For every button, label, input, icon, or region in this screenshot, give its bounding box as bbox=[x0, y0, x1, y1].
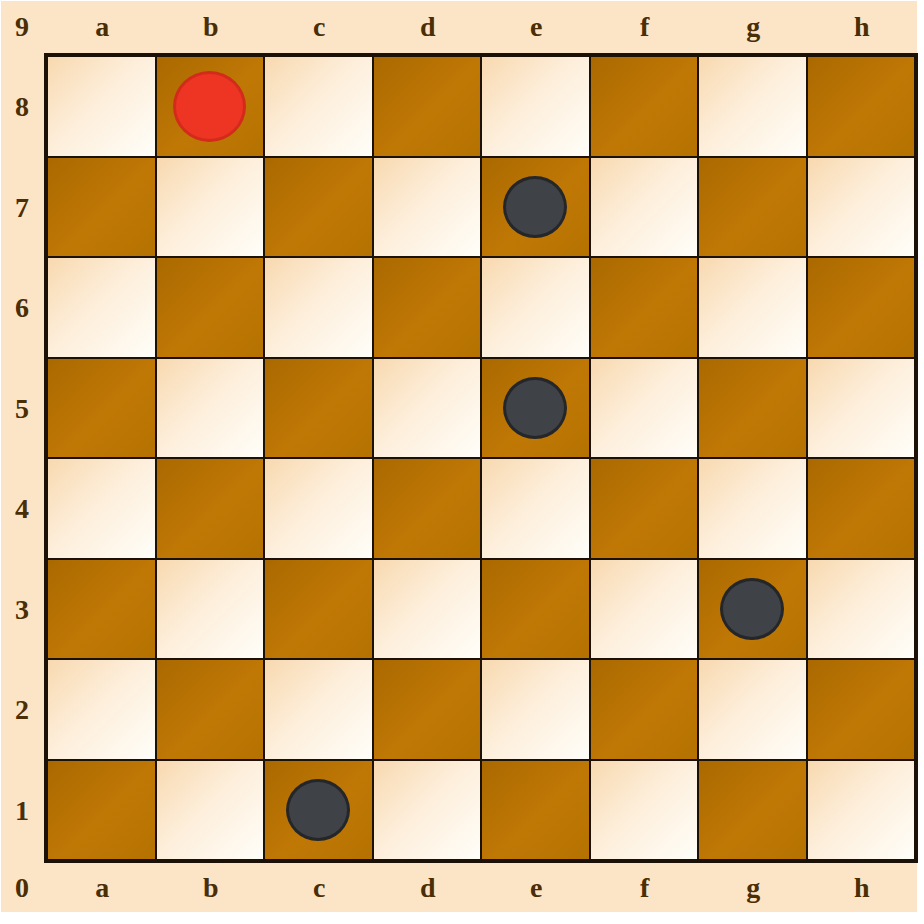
square-g7[interactable] bbox=[699, 158, 806, 257]
square-a5[interactable] bbox=[48, 359, 155, 458]
rank-label-2: 2 bbox=[0, 660, 44, 761]
square-c6[interactable] bbox=[265, 258, 372, 357]
square-h2[interactable] bbox=[808, 660, 915, 759]
square-a6[interactable] bbox=[48, 258, 155, 357]
file-label-e-bottom: e bbox=[482, 863, 591, 912]
square-c1[interactable] bbox=[265, 761, 372, 860]
square-b1[interactable] bbox=[157, 761, 264, 860]
square-e8[interactable] bbox=[482, 57, 589, 156]
square-g1[interactable] bbox=[699, 761, 806, 860]
rank-label-5: 5 bbox=[0, 359, 44, 460]
square-h6[interactable] bbox=[808, 258, 915, 357]
square-d4[interactable] bbox=[374, 459, 481, 558]
square-e6[interactable] bbox=[482, 258, 589, 357]
square-c4[interactable] bbox=[265, 459, 372, 558]
square-h4[interactable] bbox=[808, 459, 915, 558]
rank-label-3: 3 bbox=[0, 560, 44, 661]
square-f3[interactable] bbox=[591, 560, 698, 659]
square-c5[interactable] bbox=[265, 359, 372, 458]
square-b8[interactable] bbox=[157, 57, 264, 156]
square-a8[interactable] bbox=[48, 57, 155, 156]
red-checker-b8[interactable] bbox=[173, 71, 246, 142]
square-f6[interactable] bbox=[591, 258, 698, 357]
file-labels-top: abcdefgh bbox=[48, 0, 916, 53]
file-label-f-bottom: f bbox=[591, 863, 700, 912]
square-h7[interactable] bbox=[808, 158, 915, 257]
file-label-g-top: g bbox=[699, 0, 808, 53]
square-g3[interactable] bbox=[699, 560, 806, 659]
square-e2[interactable] bbox=[482, 660, 589, 759]
black-checker-g3[interactable] bbox=[720, 578, 784, 640]
file-label-h-bottom: h bbox=[808, 863, 917, 912]
file-label-c-bottom: c bbox=[265, 863, 374, 912]
checkers-board bbox=[44, 53, 918, 863]
file-label-h-top: h bbox=[808, 0, 917, 53]
square-a1[interactable] bbox=[48, 761, 155, 860]
square-b2[interactable] bbox=[157, 660, 264, 759]
corner-label-bottom-left: 0 bbox=[0, 863, 44, 912]
corner-label-top-left: 9 bbox=[0, 0, 44, 53]
square-e7[interactable] bbox=[482, 158, 589, 257]
square-a4[interactable] bbox=[48, 459, 155, 558]
rank-label-8: 8 bbox=[0, 57, 44, 158]
file-labels-bottom: abcdefgh bbox=[48, 863, 916, 912]
square-d7[interactable] bbox=[374, 158, 481, 257]
square-f7[interactable] bbox=[591, 158, 698, 257]
square-d3[interactable] bbox=[374, 560, 481, 659]
square-g5[interactable] bbox=[699, 359, 806, 458]
file-label-d-top: d bbox=[374, 0, 483, 53]
square-c7[interactable] bbox=[265, 158, 372, 257]
square-b5[interactable] bbox=[157, 359, 264, 458]
black-checker-c1[interactable] bbox=[286, 779, 350, 841]
file-label-g-bottom: g bbox=[699, 863, 808, 912]
square-a2[interactable] bbox=[48, 660, 155, 759]
square-e1[interactable] bbox=[482, 761, 589, 860]
square-d8[interactable] bbox=[374, 57, 481, 156]
square-f5[interactable] bbox=[591, 359, 698, 458]
square-b3[interactable] bbox=[157, 560, 264, 659]
square-e4[interactable] bbox=[482, 459, 589, 558]
file-label-a-bottom: a bbox=[48, 863, 157, 912]
file-label-a-top: a bbox=[48, 0, 157, 53]
square-g2[interactable] bbox=[699, 660, 806, 759]
square-f1[interactable] bbox=[591, 761, 698, 860]
square-c8[interactable] bbox=[265, 57, 372, 156]
file-label-b-top: b bbox=[157, 0, 266, 53]
rank-label-4: 4 bbox=[0, 459, 44, 560]
file-label-d-bottom: d bbox=[374, 863, 483, 912]
rank-label-7: 7 bbox=[0, 158, 44, 259]
square-b7[interactable] bbox=[157, 158, 264, 257]
square-d5[interactable] bbox=[374, 359, 481, 458]
black-checker-e5[interactable] bbox=[503, 377, 567, 439]
rank-labels-left: 87654321 bbox=[0, 57, 44, 861]
square-h3[interactable] bbox=[808, 560, 915, 659]
square-h1[interactable] bbox=[808, 761, 915, 860]
square-b4[interactable] bbox=[157, 459, 264, 558]
square-e5[interactable] bbox=[482, 359, 589, 458]
file-label-e-top: e bbox=[482, 0, 591, 53]
square-d6[interactable] bbox=[374, 258, 481, 357]
rank-label-1: 1 bbox=[0, 761, 44, 862]
square-h8[interactable] bbox=[808, 57, 915, 156]
square-e3[interactable] bbox=[482, 560, 589, 659]
square-c2[interactable] bbox=[265, 660, 372, 759]
file-label-b-bottom: b bbox=[157, 863, 266, 912]
square-b6[interactable] bbox=[157, 258, 264, 357]
checkers-diagram: 9 abcdefgh 87654321 0 abcdefgh bbox=[0, 0, 924, 924]
square-c3[interactable] bbox=[265, 560, 372, 659]
black-checker-e7[interactable] bbox=[503, 176, 567, 238]
square-g6[interactable] bbox=[699, 258, 806, 357]
file-label-c-top: c bbox=[265, 0, 374, 53]
square-a3[interactable] bbox=[48, 560, 155, 659]
square-d2[interactable] bbox=[374, 660, 481, 759]
square-d1[interactable] bbox=[374, 761, 481, 860]
square-h5[interactable] bbox=[808, 359, 915, 458]
square-f4[interactable] bbox=[591, 459, 698, 558]
square-g4[interactable] bbox=[699, 459, 806, 558]
file-label-f-top: f bbox=[591, 0, 700, 53]
square-f8[interactable] bbox=[591, 57, 698, 156]
rank-label-6: 6 bbox=[0, 258, 44, 359]
square-f2[interactable] bbox=[591, 660, 698, 759]
square-a7[interactable] bbox=[48, 158, 155, 257]
square-g8[interactable] bbox=[699, 57, 806, 156]
